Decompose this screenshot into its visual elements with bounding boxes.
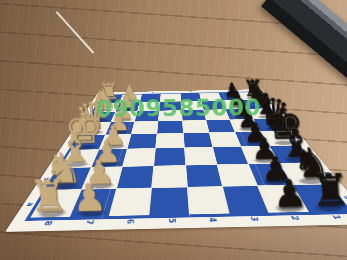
coordinate-label-5: 5 bbox=[166, 216, 175, 226]
coordinate-label-3: 3 bbox=[247, 214, 259, 224]
coordinate-label-5: 5 bbox=[170, 91, 172, 93]
coordinate-label-e: e bbox=[284, 123, 291, 126]
coordinate-label-g: g bbox=[268, 103, 274, 105]
coordinate-label-f: f bbox=[275, 112, 281, 115]
coordinate-label-2: 2 bbox=[227, 90, 230, 92]
white-pawn-glyph: ♟ bbox=[71, 178, 108, 216]
black-pawn-a2[interactable]: ♟ bbox=[260, 187, 313, 216]
coordinate-label-1: 1 bbox=[245, 89, 249, 91]
coordinate-label-6: 6 bbox=[151, 91, 154, 93]
coordinate-label-3: 3 bbox=[208, 90, 211, 92]
black-pawn-glyph: ♟ bbox=[272, 174, 309, 212]
white-pawn-a7[interactable]: ♟ bbox=[69, 190, 117, 220]
coordinate-label-6: 6 bbox=[124, 217, 134, 227]
scene: 8765432187654321abcdefghabcdefgh ♜♟♟♜♞♟♟… bbox=[0, 0, 347, 260]
coordinate-label-4: 4 bbox=[207, 215, 217, 225]
watermark: 0909585000 bbox=[96, 94, 261, 121]
coordinate-label-7: 7 bbox=[132, 92, 135, 94]
coordinate-label-4: 4 bbox=[189, 91, 192, 93]
coordinate-label-h: h bbox=[261, 94, 266, 96]
